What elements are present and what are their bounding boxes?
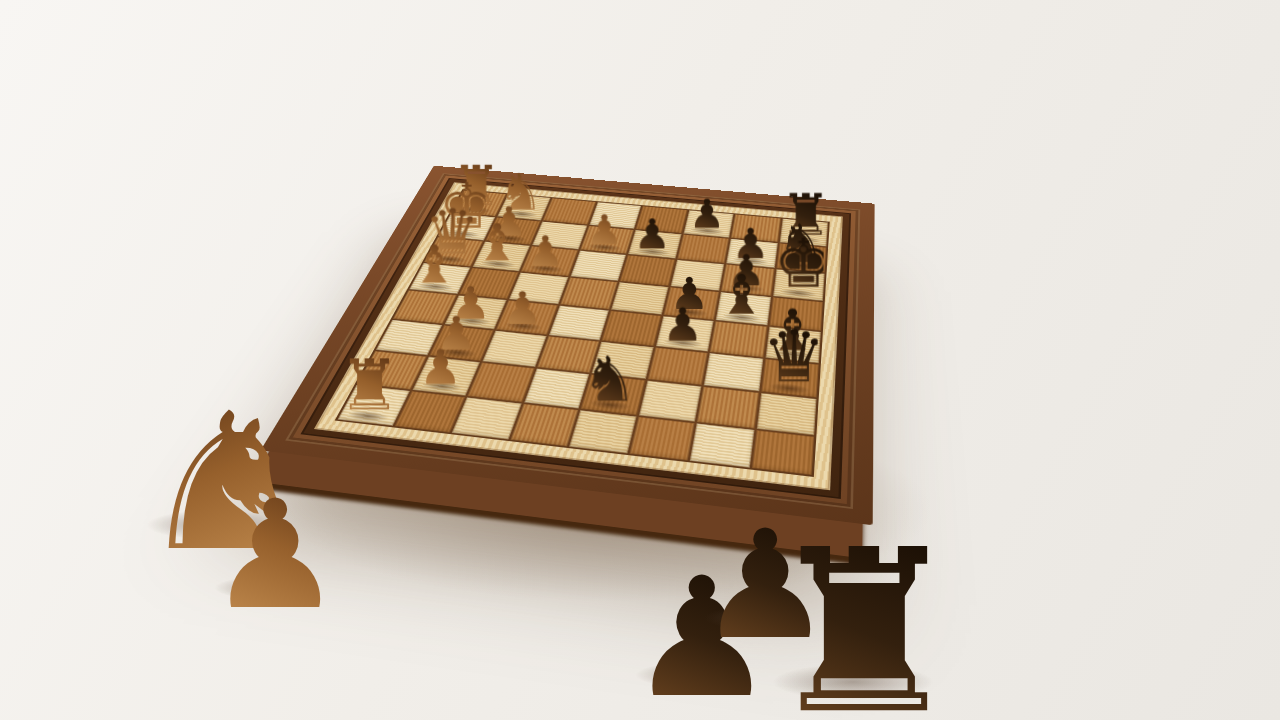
square-c7	[704, 353, 763, 391]
piece-light-rook-a1: ♜	[338, 353, 395, 419]
square-a1: ♜	[338, 385, 410, 426]
piece-light-pawn-g4: ♟	[580, 211, 627, 250]
piece-dark-queen-c8: ♛	[761, 323, 816, 392]
square-b4	[524, 368, 589, 408]
piece-dark-pawn-h6: ♟	[683, 195, 729, 233]
captured-piece: ♜	[763, 520, 965, 720]
square-d3: ♟	[496, 300, 557, 334]
square-d6: ♟	[656, 316, 714, 351]
square-b7	[697, 387, 758, 428]
square-b5: ♞	[581, 374, 645, 414]
square-c6	[647, 347, 707, 385]
piece-dark-pawn-g5: ♟	[628, 215, 675, 254]
square-g5: ♟	[628, 230, 681, 259]
board-apron: ♜♞♟♜♚♟♟♟♟♞♛♝♟♟♚♝♟♝♟♟♟♝♟♛♟♞♜	[314, 182, 843, 490]
piece-dark-bishop-e7: ♝	[716, 268, 767, 320]
captured-piece: ♟	[208, 480, 342, 630]
board-frame-groove: ♜♞♟♜♚♟♟♟♟♞♛♝♟♟♚♝♟♝♟♟♟♝♟♛♟♞♜	[300, 178, 851, 499]
square-d5	[602, 311, 661, 346]
board-grid: ♜♞♟♜♚♟♟♟♟♞♛♝♟♟♚♝♟♝♟♟♟♝♟♛♟♞♜	[335, 189, 830, 477]
piece-dark-pawn-d6: ♟	[656, 303, 709, 347]
square-a8	[751, 430, 814, 475]
square-a5	[569, 410, 636, 454]
square-b2: ♟	[412, 357, 480, 396]
piece-light-pawn-b2: ♟	[413, 344, 468, 390]
captured-light-pawn: ♟	[208, 480, 342, 630]
piece-light-pawn-f3: ♟	[521, 231, 569, 271]
square-g4: ♟	[580, 225, 634, 253]
square-c8: ♛	[761, 359, 819, 398]
square-f3: ♟	[521, 246, 578, 276]
piece-light-bishop-f2: ♝	[473, 218, 521, 267]
square-a6	[629, 416, 694, 460]
square-b3	[468, 362, 534, 401]
piece-dark-king-f8: ♚	[773, 232, 823, 296]
square-b8	[756, 393, 816, 435]
square-f8: ♚	[773, 269, 825, 301]
piece-dark-knight-b5: ♞	[581, 350, 637, 409]
square-a3	[452, 397, 521, 439]
square-d4	[549, 305, 609, 340]
board-frame-ridge: ♜♞♟♜♚♟♟♟♟♞♛♝♟♟♚♝♟♝♟♟♟♝♟♛♟♞♜	[285, 173, 860, 509]
square-b6	[639, 380, 702, 421]
square-a4	[510, 403, 578, 446]
square-d7	[710, 321, 767, 357]
square-c3	[482, 330, 546, 367]
square-f4	[570, 250, 626, 280]
square-e4	[560, 277, 618, 309]
captured-dark-rook: ♜	[763, 520, 965, 720]
piece-light-pawn-d3: ♟	[496, 287, 548, 330]
square-a7	[690, 423, 754, 468]
photo-scene: ♜♞♟♜♚♟♟♟♟♞♛♝♟♟♚♝♟♝♟♟♟♝♟♛♟♞♜ ♞♟ ♟♟♜	[0, 0, 1280, 720]
